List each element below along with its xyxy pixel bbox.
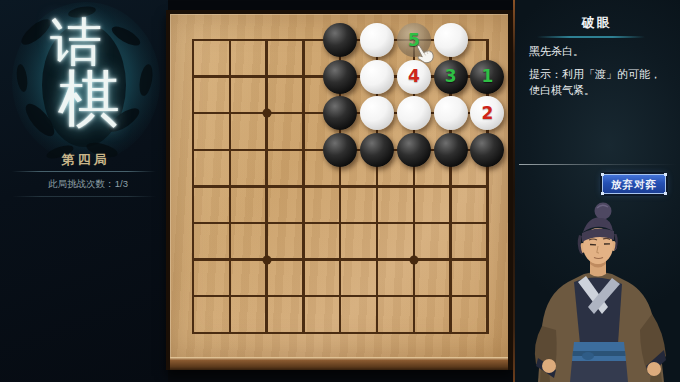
- resign-button-label: 放弃对弈: [611, 178, 657, 190]
- move-number-label: 2: [481, 105, 493, 122]
- star-point: [409, 255, 418, 264]
- stone-black: [323, 133, 357, 167]
- attempts-row: 此局挑战次数： 1/3: [48, 178, 128, 191]
- grid-line-horizontal: [192, 332, 489, 335]
- stone-black: 3: [434, 60, 468, 94]
- go-board-frame: 54312: [166, 10, 513, 370]
- panel-left-edge-trim: [513, 0, 515, 382]
- right-panel: 破眼 黑先杀白。 提示：利用「渡」的可能，使白棋气紧。 放弃对弈: [513, 0, 680, 382]
- tutor-character-illustration: [528, 198, 680, 382]
- tsumego-screen: 诘 棋 第四局 此局挑战次数： 1/3 54312: [0, 0, 680, 382]
- stone-white: [360, 23, 394, 57]
- puzzle-title: 破眼: [513, 14, 680, 32]
- grid-line-horizontal: [192, 222, 489, 225]
- star-point: [262, 109, 271, 118]
- move-number-label: 1: [481, 68, 493, 85]
- move-number-label: 4: [408, 68, 420, 85]
- stone-black: [323, 23, 357, 57]
- move-number-label: 3: [445, 68, 457, 85]
- app-title-char-2: 棋: [58, 68, 120, 130]
- button-corner-ornament: [664, 192, 667, 195]
- stone-white: [360, 96, 394, 130]
- stone-black: [470, 133, 504, 167]
- stone-black: [360, 133, 394, 167]
- go-board-grid[interactable]: 54312: [193, 40, 488, 333]
- stone-black: [323, 60, 357, 94]
- stone-white: [434, 23, 468, 57]
- attempts-label: 此局挑战次数：: [48, 178, 115, 191]
- left-panel-divider-bottom: [12, 196, 156, 197]
- puzzle-objective: 黑先杀白。: [529, 44, 584, 59]
- stone-white: [360, 60, 394, 94]
- resign-button[interactable]: 放弃对弈: [602, 174, 666, 194]
- stone-white: [434, 96, 468, 130]
- app-title-char-1: 诘: [50, 16, 102, 68]
- stage-label: 第四局: [0, 151, 168, 169]
- left-panel-divider-top: [12, 171, 156, 172]
- hand-cursor-icon: [412, 42, 436, 68]
- star-point: [262, 255, 271, 264]
- stone-black: [434, 133, 468, 167]
- stone-white: [397, 96, 431, 130]
- title-underline: [537, 36, 645, 38]
- go-board-surface: 54312: [170, 14, 508, 357]
- left-panel: 诘 棋 第四局 此局挑战次数： 1/3: [0, 0, 168, 382]
- button-corner-ornament: [601, 173, 604, 176]
- puzzle-hint: 提示：利用「渡」的可能，使白棋气紧。: [529, 66, 671, 98]
- panel-divider: [519, 164, 677, 165]
- grid-line-horizontal: [192, 185, 489, 188]
- stone-white: 2: [470, 96, 504, 130]
- board-front-bevel: [170, 357, 508, 370]
- stone-black: 1: [470, 60, 504, 94]
- stone-black: [397, 133, 431, 167]
- button-corner-ornament: [664, 173, 667, 176]
- grid-line-horizontal: [192, 295, 489, 298]
- attempts-value: 1/3: [115, 178, 128, 191]
- button-corner-ornament: [601, 192, 604, 195]
- grid-line-horizontal: [192, 258, 489, 261]
- stone-black: [323, 96, 357, 130]
